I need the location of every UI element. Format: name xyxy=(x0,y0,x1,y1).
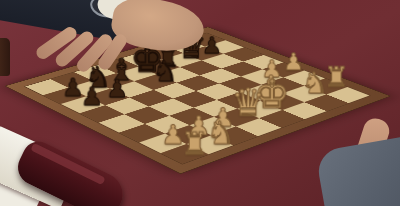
square-h6 xyxy=(223,47,263,61)
square-b7: ♞ xyxy=(68,80,111,96)
captured-piece xyxy=(0,38,10,76)
square-d2: ♛ xyxy=(214,109,259,127)
